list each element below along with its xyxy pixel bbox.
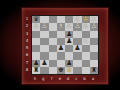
file-label-d: d — [64, 75, 72, 81]
square-h8[interactable]: ♜ — [32, 67, 40, 74]
file-label-f: f — [48, 75, 56, 81]
square-c7[interactable] — [73, 60, 81, 67]
square-e5[interactable]: ♟ — [57, 45, 65, 52]
square-b6[interactable] — [82, 52, 90, 59]
square-h2[interactable]: ♙ — [32, 23, 40, 30]
square-f6[interactable] — [49, 52, 57, 59]
file-label-a: a — [89, 75, 97, 81]
square-f1[interactable] — [49, 16, 57, 23]
square-f3[interactable] — [49, 31, 57, 38]
piece-white-queen[interactable]: ♕ — [66, 66, 72, 73]
piece-white-pawn[interactable]: ♙ — [33, 23, 39, 30]
piece-black-pawn[interactable]: ♟ — [74, 45, 80, 52]
square-f2[interactable] — [49, 23, 57, 30]
square-a2[interactable]: ♙ — [90, 23, 98, 30]
square-c5[interactable]: ♟ — [73, 45, 81, 52]
file-label-b: b — [81, 75, 89, 81]
square-g8[interactable] — [40, 67, 48, 74]
rank-label-6: 6 — [24, 51, 30, 58]
file-label-c: c — [72, 75, 80, 81]
file-label-g: g — [39, 75, 47, 81]
square-f5[interactable] — [49, 45, 57, 52]
square-a4[interactable] — [90, 38, 98, 45]
chess-app-screen: 12345678 ♛♗♔♖♙♙♗♙♙♙♙♟♟♘♟♟♟♟♟♜♚♕♜ hgfedcb… — [0, 0, 120, 90]
square-f8[interactable] — [49, 67, 57, 74]
rank-label-5: 5 — [24, 44, 30, 51]
square-a6[interactable] — [90, 52, 98, 59]
file-label-e: e — [56, 75, 64, 81]
piece-white-pawn[interactable]: ♙ — [74, 23, 80, 30]
square-h5[interactable] — [32, 45, 40, 52]
square-b2[interactable]: ♙ — [82, 23, 90, 30]
square-d5[interactable] — [65, 45, 73, 52]
square-e3[interactable] — [57, 31, 65, 38]
file-labels: hgfedcba — [31, 75, 97, 81]
piece-black-rook[interactable]: ♜ — [91, 66, 97, 73]
square-a5[interactable] — [90, 45, 98, 52]
rank-label-7: 7 — [24, 59, 30, 66]
square-e8[interactable]: ♚ — [57, 67, 65, 74]
square-f7[interactable] — [49, 60, 57, 67]
square-c3[interactable] — [73, 31, 81, 38]
piece-white-bishop[interactable]: ♗ — [58, 23, 64, 30]
piece-black-rook[interactable]: ♜ — [33, 66, 39, 73]
square-g4[interactable] — [40, 38, 48, 45]
board-frame: 12345678 ♛♗♔♖♙♙♗♙♙♙♙♟♟♘♟♟♟♟♟♜♚♕♜ hgfedcb… — [21, 7, 109, 85]
square-d8[interactable]: ♕ — [65, 67, 73, 74]
rank-labels: 12345678 — [24, 15, 30, 73]
square-d4[interactable]: ♟ — [65, 38, 73, 45]
square-h4[interactable] — [32, 38, 40, 45]
square-b5[interactable] — [82, 45, 90, 52]
square-g2[interactable]: ♙ — [40, 23, 48, 30]
rank-label-1: 1 — [24, 15, 30, 22]
piece-black-king[interactable]: ♚ — [58, 66, 64, 73]
square-g5[interactable] — [40, 45, 48, 52]
rank-label-8: 8 — [24, 66, 30, 73]
square-c2[interactable]: ♙ — [73, 23, 81, 30]
square-c8[interactable] — [73, 67, 81, 74]
square-f4[interactable] — [49, 38, 57, 45]
piece-black-pawn[interactable]: ♟ — [58, 45, 64, 52]
piece-white-pawn[interactable]: ♙ — [91, 23, 97, 30]
rank-label-4: 4 — [24, 37, 30, 44]
rank-label-3: 3 — [24, 30, 30, 37]
piece-black-pawn[interactable]: ♟ — [41, 59, 47, 66]
square-a8[interactable]: ♜ — [90, 67, 98, 74]
chess-board[interactable]: ♛♗♔♖♙♙♗♙♙♙♙♟♟♘♟♟♟♟♟♜♚♕♜ — [31, 15, 99, 75]
square-h3[interactable] — [32, 31, 40, 38]
file-label-h: h — [31, 75, 39, 81]
square-b4[interactable]: ♘ — [82, 38, 90, 45]
piece-white-pawn[interactable]: ♙ — [82, 23, 88, 30]
square-a3[interactable] — [90, 31, 98, 38]
piece-white-pawn[interactable]: ♙ — [41, 23, 47, 30]
square-e6[interactable] — [57, 52, 65, 59]
square-g7[interactable]: ♟ — [40, 60, 48, 67]
square-b8[interactable] — [82, 67, 90, 74]
rank-label-2: 2 — [24, 22, 30, 29]
square-c6[interactable] — [73, 52, 81, 59]
piece-black-pawn[interactable]: ♟ — [66, 37, 72, 44]
piece-white-knight[interactable]: ♘ — [82, 37, 88, 44]
square-e2[interactable]: ♗ — [57, 23, 65, 30]
square-g3[interactable] — [40, 31, 48, 38]
square-b7[interactable] — [82, 60, 90, 67]
